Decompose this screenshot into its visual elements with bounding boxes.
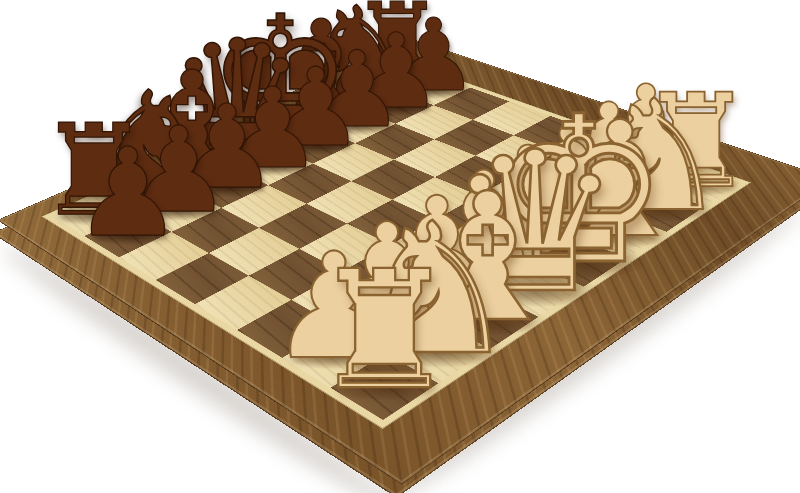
piece-white-rook-a1[interactable]: ♜: [311, 249, 457, 412]
pawn-glyph: ♟: [73, 122, 182, 264]
chess-set-photo: ♜♟♞♟♝♟♚♟♛♟♟♝♜♟♟♞♞♟♟♜♝♟♟♚♟♛♟♝♟♞♟♜: [0, 0, 800, 493]
rook-glyph: ♜: [311, 236, 457, 425]
piece-black-pawn-a7[interactable]: ♟: [73, 132, 182, 254]
